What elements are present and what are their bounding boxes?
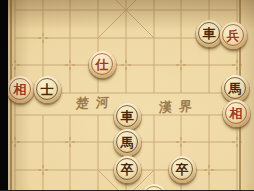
piece-glyph: 卒 [121,163,134,176]
piece-glyph: 相 [14,83,27,96]
piece-glyph: 仕 [96,58,109,71]
piece-卒[interactable]: 卒 [169,156,196,183]
piece-仕[interactable]: 仕 [89,51,116,78]
piece-車[interactable]: 車 [196,20,223,47]
piece-glyph: 卒 [176,163,189,176]
pieces-layer: 車兵仕相士馬相車馬卒卒 [0,0,254,190]
letterbox-bar [0,0,8,190]
piece-glyph: 相 [230,107,243,120]
piece-glyph: 士 [41,83,54,96]
piece-glyph: 馬 [229,82,242,95]
piece-卒[interactable]: 卒 [114,156,141,183]
piece-相[interactable]: 相 [7,76,34,103]
piece-glyph: 兵 [227,29,240,42]
xiangqi-game-screen: 楚河 漢界 車兵仕相士馬相車馬卒卒 [0,0,254,190]
piece-兵[interactable]: 兵 [220,22,247,49]
piece-馬[interactable]: 馬 [114,129,141,156]
piece-相[interactable]: 相 [223,100,250,127]
piece-馬[interactable]: 馬 [222,75,249,102]
piece-glyph: 馬 [121,136,134,149]
piece-glyph: 車 [203,27,216,40]
piece-士[interactable]: 士 [34,76,61,103]
piece-glyph: 車 [121,110,134,123]
piece-hidden[interactable] [141,184,168,191]
piece-車[interactable]: 車 [114,103,141,130]
